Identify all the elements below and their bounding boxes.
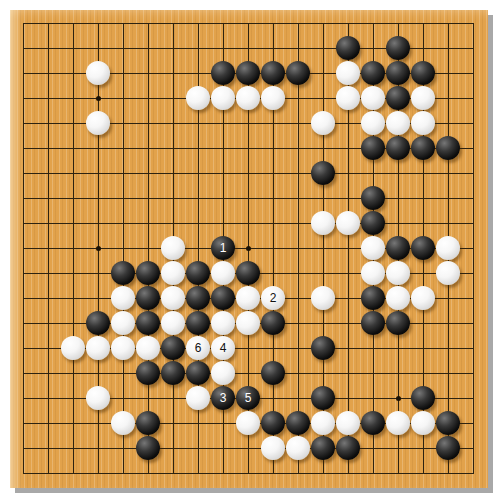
stone-black[interactable] [136, 361, 160, 385]
stone-white[interactable] [211, 86, 235, 110]
stone-black[interactable] [386, 311, 410, 335]
stone-black[interactable] [261, 61, 285, 85]
board-grid: 126435 [23, 23, 474, 474]
star-point [246, 246, 251, 251]
stone-black[interactable]: 5 [236, 386, 260, 410]
move-number-label: 5 [245, 392, 252, 404]
stone-black[interactable] [386, 86, 410, 110]
stone-white[interactable] [411, 286, 435, 310]
stone-black[interactable] [136, 261, 160, 285]
stone-black[interactable] [286, 411, 310, 435]
stone-black[interactable] [386, 36, 410, 60]
stone-white[interactable] [361, 86, 385, 110]
stone-black[interactable] [261, 411, 285, 435]
stone-white[interactable] [286, 436, 310, 460]
stone-white[interactable] [361, 111, 385, 135]
stone-black[interactable] [186, 286, 210, 310]
stone-black[interactable] [411, 136, 435, 160]
stone-black[interactable]: 1 [211, 236, 235, 260]
stone-white[interactable] [186, 386, 210, 410]
stone-white[interactable] [211, 361, 235, 385]
stone-black[interactable] [361, 61, 385, 85]
stone-white[interactable] [336, 61, 360, 85]
stone-white[interactable] [261, 436, 285, 460]
stone-white[interactable] [236, 411, 260, 435]
stone-black[interactable] [286, 61, 310, 85]
stone-black[interactable] [411, 61, 435, 85]
stone-black[interactable] [211, 286, 235, 310]
move-number-label: 1 [220, 242, 227, 254]
stone-black[interactable] [136, 286, 160, 310]
star-point [396, 396, 401, 401]
stone-black[interactable] [186, 361, 210, 385]
star-point [96, 96, 101, 101]
stone-white[interactable] [336, 411, 360, 435]
stone-white[interactable] [161, 236, 185, 260]
stone-white[interactable] [86, 386, 110, 410]
stone-black[interactable] [211, 61, 235, 85]
stone-white[interactable] [311, 111, 335, 135]
stone-white[interactable] [211, 261, 235, 285]
stone-black[interactable] [311, 436, 335, 460]
stone-white[interactable] [311, 286, 335, 310]
stone-white[interactable] [261, 86, 285, 110]
stone-white[interactable] [411, 86, 435, 110]
stone-black[interactable] [236, 61, 260, 85]
stone-white[interactable] [211, 311, 235, 335]
stone-white[interactable] [186, 86, 210, 110]
stone-white[interactable] [311, 211, 335, 235]
stone-black[interactable] [336, 436, 360, 460]
stone-black[interactable] [436, 136, 460, 160]
stone-white[interactable] [86, 111, 110, 135]
stone-white[interactable] [386, 411, 410, 435]
stone-black[interactable] [361, 211, 385, 235]
stone-black[interactable] [311, 386, 335, 410]
stone-white[interactable]: 6 [186, 336, 210, 360]
stone-black[interactable] [136, 311, 160, 335]
stone-black[interactable] [361, 186, 385, 210]
stone-white[interactable] [436, 261, 460, 285]
move-number-label: 3 [220, 392, 227, 404]
stone-white[interactable] [61, 336, 85, 360]
stone-white[interactable] [311, 411, 335, 435]
stone-white[interactable] [236, 286, 260, 310]
stone-black[interactable] [136, 436, 160, 460]
stone-white[interactable] [336, 211, 360, 235]
stone-black[interactable] [436, 436, 460, 460]
stone-white[interactable] [161, 261, 185, 285]
stone-black[interactable] [186, 261, 210, 285]
stone-white[interactable] [111, 286, 135, 310]
stone-white[interactable] [336, 86, 360, 110]
stone-black[interactable] [86, 311, 110, 335]
stone-white[interactable] [361, 236, 385, 260]
stone-black[interactable]: 3 [211, 386, 235, 410]
stone-black[interactable] [311, 161, 335, 185]
stone-black[interactable] [436, 411, 460, 435]
go-board[interactable]: 126435 [10, 10, 488, 488]
stone-white[interactable]: 2 [261, 286, 285, 310]
stone-white[interactable] [86, 61, 110, 85]
stone-white[interactable] [111, 336, 135, 360]
stone-black[interactable] [411, 386, 435, 410]
move-number-label: 2 [270, 292, 277, 304]
stone-black[interactable] [386, 236, 410, 260]
stone-black[interactable] [386, 136, 410, 160]
stone-black[interactable] [361, 311, 385, 335]
stone-white[interactable] [436, 236, 460, 260]
move-number-label: 6 [195, 342, 202, 354]
stone-white[interactable] [161, 286, 185, 310]
stone-black[interactable] [411, 236, 435, 260]
stone-white[interactable] [136, 336, 160, 360]
stone-white[interactable] [386, 286, 410, 310]
stone-black[interactable] [386, 61, 410, 85]
stone-white[interactable]: 4 [211, 336, 235, 360]
move-number-label: 4 [220, 342, 227, 354]
stone-black[interactable] [336, 36, 360, 60]
stone-black[interactable] [161, 361, 185, 385]
stone-white[interactable] [411, 411, 435, 435]
stone-black[interactable] [186, 311, 210, 335]
stone-white[interactable] [86, 336, 110, 360]
stone-white[interactable] [411, 111, 435, 135]
stone-white[interactable] [386, 261, 410, 285]
stone-white[interactable] [111, 411, 135, 435]
stone-black[interactable] [236, 261, 260, 285]
stone-black[interactable] [361, 286, 385, 310]
stone-white[interactable] [111, 311, 135, 335]
stone-black[interactable] [136, 411, 160, 435]
stone-black[interactable] [361, 411, 385, 435]
stone-black[interactable] [261, 361, 285, 385]
stone-black[interactable] [361, 136, 385, 160]
stone-black[interactable] [261, 311, 285, 335]
stone-white[interactable] [236, 86, 260, 110]
stone-black[interactable] [161, 336, 185, 360]
stone-white[interactable] [161, 311, 185, 335]
stone-white[interactable] [236, 311, 260, 335]
stone-black[interactable] [111, 261, 135, 285]
stone-white[interactable] [386, 111, 410, 135]
star-point [96, 246, 101, 251]
stone-white[interactable] [361, 261, 385, 285]
stone-black[interactable] [311, 336, 335, 360]
